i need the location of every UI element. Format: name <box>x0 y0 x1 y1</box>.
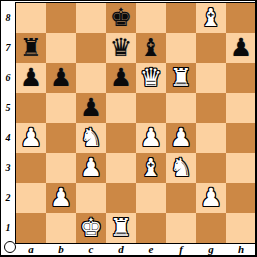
square-b2[interactable]: ♟ <box>46 183 76 213</box>
white-to-move-indicator <box>4 241 16 253</box>
square-h4[interactable] <box>226 123 256 153</box>
black-rook[interactable]: ♜ <box>20 33 42 63</box>
square-e7[interactable]: ♝ <box>136 33 166 63</box>
square-e1[interactable] <box>136 213 166 243</box>
square-f5[interactable] <box>166 93 196 123</box>
square-g3[interactable] <box>196 153 226 183</box>
square-g4[interactable] <box>196 123 226 153</box>
black-pawn[interactable]: ♟ <box>80 93 102 123</box>
white-knight[interactable]: ♞ <box>80 123 102 153</box>
black-pawn[interactable]: ♟ <box>20 63 42 93</box>
square-b5[interactable] <box>46 93 76 123</box>
file-labels: abcdefgh <box>16 243 256 256</box>
square-c5[interactable]: ♟ <box>76 93 106 123</box>
square-a2[interactable] <box>16 183 46 213</box>
square-g6[interactable] <box>196 63 226 93</box>
file-label-g: g <box>196 243 226 256</box>
square-h3[interactable] <box>226 153 256 183</box>
square-d8[interactable]: ♚ <box>106 3 136 33</box>
white-pawn[interactable]: ♟ <box>200 183 222 213</box>
white-bishop[interactable]: ♝ <box>140 153 162 183</box>
white-pawn[interactable]: ♟ <box>140 123 162 153</box>
square-a5[interactable] <box>16 93 46 123</box>
square-f8[interactable] <box>166 3 196 33</box>
black-pawn[interactable]: ♟ <box>50 63 72 93</box>
square-h5[interactable] <box>226 93 256 123</box>
white-king[interactable]: ♚ <box>80 213 102 243</box>
file-label-d: d <box>106 243 136 256</box>
square-a4[interactable]: ♟ <box>16 123 46 153</box>
square-e4[interactable]: ♟ <box>136 123 166 153</box>
square-g1[interactable] <box>196 213 226 243</box>
square-b1[interactable] <box>46 213 76 243</box>
square-h8[interactable] <box>226 3 256 33</box>
white-pawn[interactable]: ♟ <box>50 183 72 213</box>
square-d3[interactable] <box>106 153 136 183</box>
white-pawn[interactable]: ♟ <box>170 123 192 153</box>
square-e5[interactable] <box>136 93 166 123</box>
square-d6[interactable]: ♟ <box>106 63 136 93</box>
square-f4[interactable]: ♟ <box>166 123 196 153</box>
square-c7[interactable] <box>76 33 106 63</box>
square-f1[interactable] <box>166 213 196 243</box>
square-b7[interactable] <box>46 33 76 63</box>
file-label-a: a <box>16 243 46 256</box>
square-b8[interactable] <box>46 3 76 33</box>
square-f3[interactable]: ♞ <box>166 153 196 183</box>
rank-labels: 87654321 <box>1 3 15 243</box>
square-f2[interactable] <box>166 183 196 213</box>
rank-label-6: 6 <box>1 63 15 93</box>
rank-label-3: 3 <box>1 153 15 183</box>
file-label-e: e <box>136 243 166 256</box>
white-rook[interactable]: ♜ <box>170 63 192 93</box>
square-c8[interactable] <box>76 3 106 33</box>
square-c6[interactable] <box>76 63 106 93</box>
square-e8[interactable] <box>136 3 166 33</box>
square-g2[interactable]: ♟ <box>196 183 226 213</box>
chess-diagram: 87654321 ♚♝♜♛♝♟♟♟♟♛♜♟♟♞♟♟♟♝♞♟♟♚♜ abcdefg… <box>0 0 257 257</box>
square-a7[interactable]: ♜ <box>16 33 46 63</box>
rank-label-4: 4 <box>1 123 15 153</box>
square-g5[interactable] <box>196 93 226 123</box>
square-h6[interactable] <box>226 63 256 93</box>
white-rook[interactable]: ♜ <box>110 213 132 243</box>
black-bishop[interactable]: ♝ <box>140 33 162 63</box>
white-queen[interactable]: ♛ <box>140 63 162 93</box>
file-label-c: c <box>76 243 106 256</box>
square-f6[interactable]: ♜ <box>166 63 196 93</box>
square-b6[interactable]: ♟ <box>46 63 76 93</box>
white-bishop[interactable]: ♝ <box>200 3 222 33</box>
square-b3[interactable] <box>46 153 76 183</box>
square-d4[interactable] <box>106 123 136 153</box>
square-d5[interactable] <box>106 93 136 123</box>
square-d2[interactable] <box>106 183 136 213</box>
square-e2[interactable] <box>136 183 166 213</box>
square-a6[interactable]: ♟ <box>16 63 46 93</box>
file-label-f: f <box>166 243 196 256</box>
square-c2[interactable] <box>76 183 106 213</box>
black-queen[interactable]: ♛ <box>110 33 132 63</box>
white-knight[interactable]: ♞ <box>170 153 192 183</box>
file-label-b: b <box>46 243 76 256</box>
square-g8[interactable]: ♝ <box>196 3 226 33</box>
square-d1[interactable]: ♜ <box>106 213 136 243</box>
rank-label-7: 7 <box>1 33 15 63</box>
square-h2[interactable] <box>226 183 256 213</box>
rank-label-2: 2 <box>1 183 15 213</box>
rank-label-8: 8 <box>1 3 15 33</box>
rank-label-1: 1 <box>1 213 15 243</box>
square-a1[interactable] <box>16 213 46 243</box>
square-h1[interactable] <box>226 213 256 243</box>
black-pawn[interactable]: ♟ <box>230 33 252 63</box>
square-e3[interactable]: ♝ <box>136 153 166 183</box>
square-h7[interactable]: ♟ <box>226 33 256 63</box>
square-e6[interactable]: ♛ <box>136 63 166 93</box>
square-c4[interactable]: ♞ <box>76 123 106 153</box>
white-pawn[interactable]: ♟ <box>80 153 102 183</box>
white-pawn[interactable]: ♟ <box>20 123 42 153</box>
rank-label-5: 5 <box>1 93 15 123</box>
square-c1[interactable]: ♚ <box>76 213 106 243</box>
board: ♚♝♜♛♝♟♟♟♟♛♜♟♟♞♟♟♟♝♞♟♟♚♜ <box>15 2 257 244</box>
square-d7[interactable]: ♛ <box>106 33 136 63</box>
file-label-h: h <box>226 243 256 256</box>
square-g7[interactable] <box>196 33 226 63</box>
square-f7[interactable] <box>166 33 196 63</box>
black-pawn[interactable]: ♟ <box>110 63 132 93</box>
square-a8[interactable] <box>16 3 46 33</box>
square-b4[interactable] <box>46 123 76 153</box>
black-king[interactable]: ♚ <box>110 3 132 33</box>
square-a3[interactable] <box>16 153 46 183</box>
square-c3[interactable]: ♟ <box>76 153 106 183</box>
